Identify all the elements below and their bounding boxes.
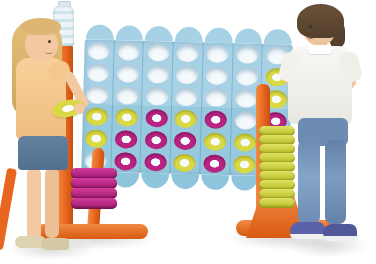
empty-hole [205,88,227,107]
board-cell-r6c5 [200,152,230,175]
empty-hole [117,64,139,83]
empty-hole [236,67,258,86]
board-slot-bump [175,27,203,43]
disc-yellow [86,107,108,126]
board-cell-r2c5 [202,64,232,87]
yellow-ring-stack [259,127,295,208]
boy-eye [309,25,312,28]
board-cell-r1c5 [203,42,233,65]
board-slot-bump [86,24,114,40]
girl-denim-shorts [18,136,68,170]
empty-hole [177,44,199,63]
empty-hole [176,66,198,85]
boy-hair [297,4,344,38]
board-cell-r5c2 [112,128,142,151]
board-cell-r2c3 [143,63,173,86]
disc-yellow [233,155,255,174]
board-cell-r5c4 [171,130,201,153]
spare-ring [71,198,117,209]
empty-hole [236,45,258,64]
board-slot-bump [230,175,258,191]
empty-hole [87,63,109,82]
empty-hole [176,88,198,107]
board-slot-bump [234,28,262,44]
disc-magenta [205,110,227,129]
board-cell-r4c5 [201,108,231,131]
board-slot-bump [264,29,292,45]
empty-hole [88,41,110,60]
board-cell-r2c4 [173,64,203,87]
board-cell-r1c3 [144,41,174,64]
board-cell-r3c4 [172,86,202,109]
boy-jeans-leg [325,140,346,224]
empty-hole [206,44,228,63]
board-cell-r5c3 [141,129,171,152]
empty-hole [117,42,139,61]
board-cell-r3c3 [142,85,172,108]
girl-leg [45,168,59,238]
girl-smile [45,49,53,54]
empty-hole [116,86,138,105]
board-cell-r4c2 [112,106,142,129]
disc-yellow [234,133,256,152]
board-slot-bump [205,27,233,43]
boy-smile [307,34,314,39]
board-cell-r4c3 [142,107,172,130]
board-cell-r5c5 [201,130,231,153]
girl-eye [48,40,51,43]
board-cell-r1c2 [114,40,144,63]
board-cell-r4c1 [82,105,112,128]
empty-hole [206,66,228,85]
empty-hole [146,87,168,106]
board-cell-r4c4 [172,108,202,131]
girl-shoe [41,238,69,250]
disc-yellow [174,154,196,173]
board-cell-r2c1 [84,61,114,84]
boy-sneaker [290,222,325,239]
boy-sneaker [323,224,357,241]
board-slot-bump [115,25,143,41]
board-cell-r1c4 [173,42,203,65]
disc-yellow [116,108,138,127]
girl-leg [27,168,41,240]
board-slot-bump [145,26,173,42]
board-slot-bump [141,173,169,189]
board-cell-r2c2 [113,62,143,85]
disc-magenta [174,132,196,151]
board-cell-r6c3 [141,151,171,174]
empty-hole [235,89,257,108]
girl-hair-fringe [21,18,61,35]
empty-hole [146,65,168,84]
board-cell-r3c2 [113,84,143,107]
magenta-ring-stack [71,169,117,209]
empty-hole [86,85,108,104]
boy-jeans-leg [298,140,320,224]
girl-hand [74,103,85,114]
board-cell-r3c5 [202,86,232,109]
board-slot-bump [201,174,229,190]
disc-yellow [85,129,107,148]
disc-magenta [145,131,167,150]
disc-magenta [144,153,166,172]
board-cell-r5c1 [82,127,112,150]
disc-yellow [175,110,197,129]
spare-ring [259,198,295,208]
board-cell-r1c6 [233,43,263,66]
board-slot-bump [171,174,199,190]
empty-hole [234,111,256,130]
disc-magenta [114,152,136,171]
disc-magenta [204,154,226,173]
disc-magenta [145,109,167,128]
board-cell-r6c4 [170,152,200,175]
empty-hole [147,43,169,62]
product-photo-scene [0,0,376,264]
disc-magenta [115,130,137,149]
disc-yellow [204,132,226,151]
board-cell-r1c1 [84,39,114,62]
boy-shirt-collar [308,45,332,54]
